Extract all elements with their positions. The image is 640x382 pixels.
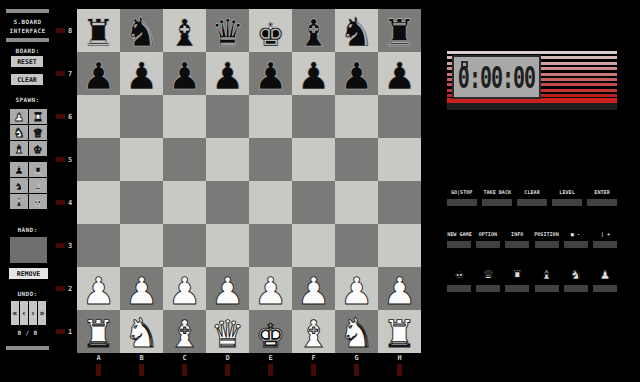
white-rook-piece: ♜ bbox=[85, 310, 113, 353]
undo-forward-button[interactable]: › bbox=[29, 301, 37, 325]
square-h3[interactable] bbox=[378, 224, 421, 267]
white-pawn-piece: ♟ bbox=[85, 267, 113, 310]
square-c2[interactable]: ♟ bbox=[163, 267, 206, 310]
reset-button[interactable]: RESET bbox=[11, 56, 43, 67]
undo-first-button[interactable]: « bbox=[11, 301, 19, 325]
square-g3[interactable] bbox=[335, 224, 378, 267]
spawn-black-bishop[interactable]: ♝ bbox=[10, 194, 28, 209]
enter-key-group: ENTER bbox=[587, 188, 617, 206]
position-button[interactable] bbox=[535, 241, 559, 248]
minus-button[interactable] bbox=[564, 241, 588, 248]
clear-key-group: CLEAR bbox=[517, 188, 547, 206]
square-c3[interactable] bbox=[163, 224, 206, 267]
square-f1[interactable]: ♝ bbox=[292, 310, 335, 353]
square-g7[interactable]: ♟ bbox=[335, 52, 378, 95]
white-king-piece: ♚ bbox=[257, 310, 285, 353]
square-d7[interactable]: ♟ bbox=[206, 52, 249, 95]
square-d6[interactable] bbox=[206, 95, 249, 138]
spawn-white-king[interactable]: ♚ bbox=[29, 141, 47, 156]
plus-button[interactable] bbox=[593, 241, 617, 248]
piece-glyph: ♚ bbox=[34, 194, 42, 209]
sidebar-bottom-divider bbox=[6, 346, 49, 350]
black-pawn-piece: ♟ bbox=[171, 52, 199, 95]
file-led-a bbox=[96, 364, 101, 376]
file-label-c: C bbox=[163, 353, 206, 363]
file-led-e bbox=[268, 364, 273, 376]
white-pawn-piece: ♟ bbox=[343, 267, 371, 310]
spawn-white-queen[interactable]: ♛ bbox=[29, 125, 47, 140]
square-c6[interactable] bbox=[163, 95, 206, 138]
square-b6[interactable] bbox=[120, 95, 163, 138]
white-pawn-piece: ♟ bbox=[300, 267, 328, 310]
undo-counter: 0 / 0 bbox=[0, 329, 55, 336]
spawn-white-rook[interactable]: ♜ bbox=[29, 109, 47, 124]
piece-glyph: ♛ bbox=[34, 125, 42, 140]
sidebar-top-divider bbox=[6, 9, 49, 13]
rank-labels: 87654321 bbox=[64, 9, 76, 353]
plus-key-label: | + bbox=[600, 231, 609, 237]
white-rook-piece: ♜ bbox=[386, 310, 414, 353]
rook-key-button[interactable] bbox=[505, 285, 529, 292]
piece-glyph: ♚ bbox=[34, 141, 42, 156]
file-led-row bbox=[77, 364, 421, 377]
piece-glyph: ♜ bbox=[34, 109, 42, 124]
black-pawn-piece: ♟ bbox=[214, 52, 242, 95]
square-g6[interactable] bbox=[335, 95, 378, 138]
clock-bezel-dark-band bbox=[447, 103, 617, 110]
clear-button[interactable] bbox=[517, 199, 547, 206]
black-rook-piece: ♜ bbox=[85, 9, 113, 52]
keypad-piece-row: ♚♛♜♝♞♟ bbox=[447, 266, 617, 292]
file-led-f bbox=[311, 364, 316, 376]
bishop-key-button[interactable] bbox=[535, 285, 559, 292]
rank-label-1: 1 bbox=[64, 310, 76, 353]
pawn-key-key-group: ♟ bbox=[593, 266, 617, 292]
pawn-key-button[interactable] bbox=[593, 285, 617, 292]
bishop-key-key-group: ♝ bbox=[535, 266, 559, 292]
square-h4[interactable] bbox=[378, 181, 421, 224]
black-knight-piece: ♞ bbox=[128, 9, 156, 52]
spawn-white-knight[interactable]: ♞ bbox=[10, 125, 28, 140]
plus-key-group: | + bbox=[593, 230, 617, 248]
bishop-key-icon: ♝ bbox=[542, 266, 551, 283]
black-pawn-piece: ♟ bbox=[128, 52, 156, 95]
lcd-clock-digits: 0:00:00 bbox=[454, 71, 539, 95]
white-pawn-piece: ♟ bbox=[171, 267, 199, 310]
white-knight-piece: ♞ bbox=[343, 310, 371, 353]
option-button[interactable] bbox=[476, 241, 500, 248]
remove-button[interactable]: REMOVE bbox=[9, 268, 48, 279]
enter-key-label: ENTER bbox=[594, 189, 609, 195]
square-f2[interactable]: ♟ bbox=[292, 267, 335, 310]
king-key-icon: ♚ bbox=[454, 266, 463, 283]
square-e6[interactable] bbox=[249, 95, 292, 138]
position-key-group: POSITION bbox=[535, 230, 559, 248]
square-a8[interactable]: ♜ bbox=[77, 9, 120, 52]
square-f4[interactable] bbox=[292, 181, 335, 224]
spawn-white-grid: ♟♜♞♛♝♚ bbox=[10, 109, 47, 156]
black-queen-piece: ♛ bbox=[214, 9, 242, 52]
sidebar-divider bbox=[6, 38, 49, 42]
black-bishop-piece: ♝ bbox=[171, 9, 199, 52]
spawn-black-knight[interactable]: ♞ bbox=[10, 178, 28, 193]
spawn-black-king[interactable]: ♚ bbox=[29, 194, 47, 209]
square-b8[interactable]: ♞ bbox=[120, 9, 163, 52]
square-a1[interactable]: ♜ bbox=[77, 310, 120, 353]
rook-key-key-group: ♜ bbox=[505, 266, 529, 292]
piece-glyph: ♝ bbox=[15, 141, 23, 156]
undo-back-button[interactable]: ‹ bbox=[20, 301, 28, 325]
piece-glyph: ♝ bbox=[15, 194, 23, 209]
file-led-g bbox=[354, 364, 359, 376]
black-king-piece: ♚ bbox=[257, 9, 285, 52]
square-d4[interactable] bbox=[206, 181, 249, 224]
square-d2[interactable]: ♟ bbox=[206, 267, 249, 310]
rank-label-5: 5 bbox=[64, 138, 76, 181]
square-c8[interactable]: ♝ bbox=[163, 9, 206, 52]
square-c5[interactable] bbox=[163, 138, 206, 181]
square-h2[interactable]: ♟ bbox=[378, 267, 421, 310]
square-f5[interactable] bbox=[292, 138, 335, 181]
white-queen-piece: ♛ bbox=[214, 310, 242, 353]
take-back-button[interactable] bbox=[482, 199, 512, 206]
hand-display-box bbox=[10, 237, 47, 263]
keypad-row-2: NEW GAMEOPTIONINFOPOSITION■ -| + bbox=[447, 230, 617, 248]
white-bishop-piece: ♝ bbox=[171, 310, 199, 353]
interface-title-line2: INTERFACE bbox=[0, 27, 55, 34]
black-pawn-piece: ♟ bbox=[300, 52, 328, 95]
white-pawn-piece: ♟ bbox=[128, 267, 156, 310]
enter-button[interactable] bbox=[587, 199, 617, 206]
rook-key-icon: ♜ bbox=[513, 266, 522, 283]
file-label-d: D bbox=[206, 353, 249, 363]
square-e7[interactable]: ♟ bbox=[249, 52, 292, 95]
black-rook-piece: ♜ bbox=[386, 9, 414, 52]
piece-glyph: ♜ bbox=[34, 162, 42, 177]
piece-glyph: ♞ bbox=[15, 125, 23, 140]
go-stop-key-label: GO|STOP bbox=[451, 189, 473, 195]
square-e2[interactable]: ♟ bbox=[249, 267, 292, 310]
level-key-label: LEVEL bbox=[559, 189, 574, 195]
file-led-d bbox=[225, 364, 230, 376]
spawn-black-pawn[interactable]: ♟ bbox=[10, 162, 28, 177]
square-f6[interactable] bbox=[292, 95, 335, 138]
undo-controls: «‹›» bbox=[11, 301, 46, 325]
black-bishop-piece: ♝ bbox=[300, 9, 328, 52]
minus-key-group: ■ - bbox=[564, 230, 588, 248]
piece-glyph: ♟ bbox=[15, 162, 23, 177]
minus-key-label: ■ - bbox=[571, 231, 580, 237]
chess-board: ♜♞♝♛♚♝♞♜♟♟♟♟♟♟♟♟♟♟♟♟♟♟♟♟♜♞♝♛♚♝♞♜ bbox=[77, 9, 421, 353]
king-key-key-group: ♚ bbox=[447, 266, 471, 292]
white-pawn-piece: ♟ bbox=[257, 267, 285, 310]
file-led-b bbox=[139, 364, 144, 376]
rank-label-2: 2 bbox=[64, 267, 76, 310]
square-g8[interactable]: ♞ bbox=[335, 9, 378, 52]
square-d3[interactable] bbox=[206, 224, 249, 267]
square-a4[interactable] bbox=[77, 181, 120, 224]
knight-key-key-group: ♞ bbox=[564, 266, 588, 292]
file-label-f: F bbox=[292, 353, 335, 363]
take-back-key-group: TAKE BACK bbox=[482, 188, 512, 206]
square-f8[interactable]: ♝ bbox=[292, 9, 335, 52]
rank-label-7: 7 bbox=[64, 52, 76, 95]
spawn-section-label: SPAWN: bbox=[0, 96, 55, 103]
spawn-white-pawn[interactable]: ♟ bbox=[10, 109, 28, 124]
lcd-display: 0:00:00 bbox=[452, 55, 541, 99]
white-knight-piece: ♞ bbox=[128, 310, 156, 353]
square-d5[interactable] bbox=[206, 138, 249, 181]
undo-last-button[interactable]: » bbox=[38, 301, 46, 325]
take-back-key-label: TAKE BACK bbox=[483, 189, 511, 195]
black-pawn-piece: ♟ bbox=[85, 52, 113, 95]
square-a2[interactable]: ♟ bbox=[77, 267, 120, 310]
square-g4[interactable] bbox=[335, 181, 378, 224]
level-key-group: LEVEL bbox=[552, 188, 582, 206]
square-h5[interactable] bbox=[378, 138, 421, 181]
square-b5[interactable] bbox=[120, 138, 163, 181]
square-c4[interactable] bbox=[163, 181, 206, 224]
file-led-c bbox=[182, 364, 187, 376]
file-label-h: H bbox=[378, 353, 421, 363]
position-key-label: POSITION bbox=[534, 231, 559, 237]
clear-board-button[interactable]: CLEAR bbox=[11, 74, 43, 85]
square-c1[interactable]: ♝ bbox=[163, 310, 206, 353]
info-key-group: INFO bbox=[505, 230, 529, 248]
queen-key-button[interactable] bbox=[476, 285, 500, 292]
square-a7[interactable]: ♟ bbox=[77, 52, 120, 95]
new-game-button[interactable] bbox=[447, 241, 471, 248]
square-a5[interactable] bbox=[77, 138, 120, 181]
square-b1[interactable]: ♞ bbox=[120, 310, 163, 353]
file-label-e: E bbox=[249, 353, 292, 363]
square-d8[interactable]: ♛ bbox=[206, 9, 249, 52]
square-b3[interactable] bbox=[120, 224, 163, 267]
white-pawn-piece: ♟ bbox=[386, 267, 414, 310]
square-d1[interactable]: ♛ bbox=[206, 310, 249, 353]
queen-key-icon: ♛ bbox=[484, 266, 493, 283]
square-b7[interactable]: ♟ bbox=[120, 52, 163, 95]
square-g2[interactable]: ♟ bbox=[335, 267, 378, 310]
info-button[interactable] bbox=[505, 241, 529, 248]
spawn-white-bishop[interactable]: ♝ bbox=[10, 141, 28, 156]
rank-label-4: 4 bbox=[64, 181, 76, 224]
square-g1[interactable]: ♞ bbox=[335, 310, 378, 353]
level-button[interactable] bbox=[552, 199, 582, 206]
piece-glyph: ♟ bbox=[15, 109, 23, 124]
white-pawn-piece: ♟ bbox=[214, 267, 242, 310]
knight-key-icon: ♞ bbox=[571, 266, 580, 283]
square-e5[interactable] bbox=[249, 138, 292, 181]
file-label-g: G bbox=[335, 353, 378, 363]
pawn-key-icon: ♟ bbox=[600, 266, 609, 283]
square-h6[interactable] bbox=[378, 95, 421, 138]
file-label-b: B bbox=[120, 353, 163, 363]
interface-title-line1: S.BOARD bbox=[0, 18, 55, 25]
square-a6[interactable] bbox=[77, 95, 120, 138]
spawn-black-rook[interactable]: ♜ bbox=[29, 162, 47, 177]
file-led-h bbox=[397, 364, 402, 376]
square-e4[interactable] bbox=[249, 181, 292, 224]
square-c7[interactable]: ♟ bbox=[163, 52, 206, 95]
square-b2[interactable]: ♟ bbox=[120, 267, 163, 310]
clear-key-label: CLEAR bbox=[524, 189, 539, 195]
black-pawn-piece: ♟ bbox=[257, 52, 285, 95]
info-key-label: INFO bbox=[511, 231, 523, 237]
square-e3[interactable] bbox=[249, 224, 292, 267]
rank-label-8: 8 bbox=[64, 9, 76, 52]
square-h1[interactable]: ♜ bbox=[378, 310, 421, 353]
undo-section-label: UNDO: bbox=[0, 290, 55, 297]
spawn-black-grid: ♟♜♞♛♝♚ bbox=[10, 162, 47, 209]
square-g5[interactable] bbox=[335, 138, 378, 181]
piece-glyph: ♛ bbox=[34, 178, 42, 193]
square-f3[interactable] bbox=[292, 224, 335, 267]
black-pawn-piece: ♟ bbox=[386, 52, 414, 95]
square-a3[interactable] bbox=[77, 224, 120, 267]
king-key-button[interactable] bbox=[447, 285, 471, 292]
white-bishop-piece: ♝ bbox=[300, 310, 328, 353]
hand-section-label: HAND: bbox=[0, 226, 55, 233]
rank-label-6: 6 bbox=[64, 95, 76, 138]
queen-key-key-group: ♛ bbox=[476, 266, 500, 292]
clock-stripe-1 bbox=[447, 51, 617, 54]
black-knight-piece: ♞ bbox=[343, 9, 371, 52]
square-b4[interactable] bbox=[120, 181, 163, 224]
go-stop-button[interactable] bbox=[447, 199, 477, 206]
new-game-key-group: NEW GAME bbox=[447, 230, 471, 248]
square-f7[interactable]: ♟ bbox=[292, 52, 335, 95]
file-label-a: A bbox=[77, 353, 120, 363]
black-pawn-piece: ♟ bbox=[343, 52, 371, 95]
go-stop-key-group: GO|STOP bbox=[447, 188, 477, 206]
option-key-label: OPTION bbox=[479, 231, 497, 237]
square-e1[interactable]: ♚ bbox=[249, 310, 292, 353]
file-labels: ABCDEFGH bbox=[77, 353, 421, 363]
square-h7[interactable]: ♟ bbox=[378, 52, 421, 95]
new-game-key-label: NEW GAME bbox=[447, 231, 472, 237]
board-section-label: BOARD: bbox=[0, 47, 55, 54]
piece-glyph: ♞ bbox=[15, 178, 23, 193]
square-e8[interactable]: ♚ bbox=[249, 9, 292, 52]
spawn-black-queen[interactable]: ♛ bbox=[29, 178, 47, 193]
rank-label-3: 3 bbox=[64, 224, 76, 267]
keypad-row-1: GO|STOPTAKE BACKCLEARLEVELENTER bbox=[447, 188, 617, 206]
square-h8[interactable]: ♜ bbox=[378, 9, 421, 52]
knight-key-button[interactable] bbox=[564, 285, 588, 292]
option-key-group: OPTION bbox=[476, 230, 500, 248]
